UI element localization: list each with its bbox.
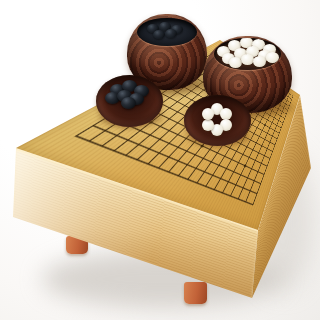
bowl-white-stone xyxy=(229,57,242,68)
white-stone-dish xyxy=(184,95,251,146)
dish-white-stone xyxy=(202,119,214,131)
black-bowl-opening xyxy=(137,18,197,46)
dish-black-stone xyxy=(121,97,136,109)
white-bowl-opening xyxy=(214,38,281,70)
hoshi-point xyxy=(264,124,266,126)
bowl-white-stone xyxy=(253,56,266,67)
hoshi-point xyxy=(244,164,247,168)
bowl-black-stone xyxy=(165,29,177,38)
dish-white-stone xyxy=(202,108,214,120)
black-stone-dish xyxy=(96,75,163,127)
hoshi-point xyxy=(200,144,204,148)
bowl-black-stone xyxy=(153,30,165,39)
goban-product-photo xyxy=(0,0,320,320)
bowl-white-stone xyxy=(241,54,254,65)
board-leg-front xyxy=(184,282,207,304)
bowl-white-stone xyxy=(266,52,279,63)
